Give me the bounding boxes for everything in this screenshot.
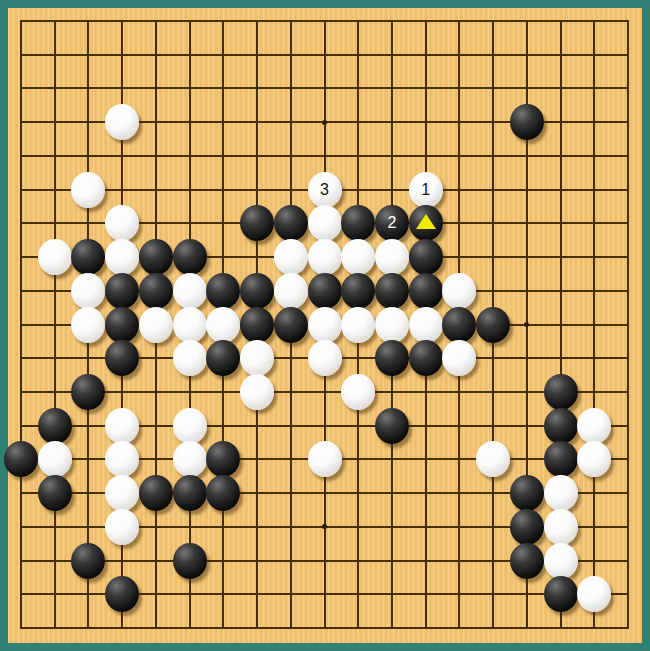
white-stone[interactable] [308, 307, 342, 343]
black-stone[interactable] [409, 273, 443, 309]
black-stone[interactable] [442, 307, 476, 343]
white-stone[interactable] [105, 239, 139, 275]
black-stone[interactable] [274, 307, 308, 343]
white-stone[interactable] [71, 273, 105, 309]
black-stone[interactable] [375, 273, 409, 309]
white-stone[interactable] [173, 408, 207, 444]
black-stone[interactable] [173, 543, 207, 579]
white-stone[interactable] [105, 475, 139, 511]
black-stone[interactable] [206, 273, 240, 309]
black-stone[interactable] [139, 273, 173, 309]
star-point [322, 524, 327, 529]
black-stone[interactable] [544, 374, 578, 410]
black-stone[interactable] [510, 509, 544, 545]
white-stone[interactable] [71, 307, 105, 343]
white-stone[interactable] [308, 239, 342, 275]
black-stone[interactable] [206, 340, 240, 376]
black-stone[interactable] [341, 273, 375, 309]
black-stone[interactable] [240, 273, 274, 309]
black-stone[interactable] [510, 475, 544, 511]
white-stone[interactable] [308, 205, 342, 241]
black-stone[interactable] [173, 239, 207, 275]
black-stone[interactable] [510, 543, 544, 579]
black-stone[interactable] [139, 475, 173, 511]
black-stone[interactable] [544, 441, 578, 477]
white-stone[interactable] [544, 475, 578, 511]
grid-line-horizontal [20, 627, 629, 629]
white-stone[interactable] [409, 307, 443, 343]
black-stone[interactable] [71, 374, 105, 410]
move-number-label: 3 [320, 182, 329, 198]
white-stone[interactable] [341, 307, 375, 343]
white-stone[interactable] [173, 273, 207, 309]
move-number-label: 1 [421, 182, 430, 198]
grid-line-vertical [593, 20, 595, 629]
star-point [524, 322, 529, 327]
star-point [322, 120, 327, 125]
black-stone[interactable] [510, 104, 544, 140]
white-stone[interactable] [206, 307, 240, 343]
white-stone[interactable] [240, 340, 274, 376]
black-stone[interactable] [206, 475, 240, 511]
white-stone[interactable] [139, 307, 173, 343]
white-stone[interactable] [71, 172, 105, 208]
white-stone[interactable] [240, 374, 274, 410]
white-stone[interactable] [308, 340, 342, 376]
black-stone[interactable] [38, 408, 72, 444]
white-stone[interactable] [308, 441, 342, 477]
white-stone[interactable] [274, 273, 308, 309]
black-stone[interactable]: 2 [375, 205, 409, 241]
white-stone[interactable] [38, 239, 72, 275]
white-stone[interactable] [105, 408, 139, 444]
white-stone[interactable] [442, 340, 476, 376]
white-stone[interactable] [38, 441, 72, 477]
white-stone[interactable] [105, 509, 139, 545]
go-board[interactable]: 312 [8, 8, 642, 643]
white-stone[interactable] [341, 239, 375, 275]
white-stone[interactable] [105, 205, 139, 241]
white-stone[interactable] [105, 441, 139, 477]
black-stone[interactable] [105, 340, 139, 376]
white-stone[interactable] [274, 239, 308, 275]
black-stone[interactable] [105, 576, 139, 612]
white-stone[interactable] [577, 576, 611, 612]
black-stone[interactable] [105, 273, 139, 309]
white-stone[interactable] [442, 273, 476, 309]
move-number-label: 2 [388, 215, 397, 231]
white-stone[interactable] [476, 441, 510, 477]
black-stone[interactable] [375, 408, 409, 444]
white-stone[interactable] [577, 408, 611, 444]
black-stone[interactable] [240, 205, 274, 241]
black-stone[interactable] [409, 340, 443, 376]
black-stone[interactable] [71, 543, 105, 579]
black-stone[interactable] [274, 205, 308, 241]
grid-line-vertical [627, 20, 629, 629]
black-stone[interactable] [308, 273, 342, 309]
white-stone[interactable]: 3 [308, 172, 342, 208]
white-stone[interactable] [173, 340, 207, 376]
black-stone[interactable] [173, 475, 207, 511]
white-stone[interactable] [105, 104, 139, 140]
white-stone[interactable] [341, 374, 375, 410]
go-board-frame: 312 [0, 0, 650, 651]
white-stone[interactable]: 1 [409, 172, 443, 208]
white-stone[interactable] [375, 307, 409, 343]
black-stone[interactable] [476, 307, 510, 343]
white-stone[interactable] [544, 543, 578, 579]
black-stone[interactable] [341, 205, 375, 241]
white-stone[interactable] [577, 441, 611, 477]
triangle-marker [416, 214, 436, 229]
black-stone[interactable] [105, 307, 139, 343]
black-stone[interactable] [4, 441, 38, 477]
black-stone[interactable] [375, 340, 409, 376]
white-stone[interactable] [173, 307, 207, 343]
black-stone[interactable] [240, 307, 274, 343]
grid-line-horizontal [20, 391, 629, 393]
white-stone[interactable] [375, 239, 409, 275]
black-stone[interactable] [544, 576, 578, 612]
black-stone[interactable] [409, 239, 443, 275]
black-stone[interactable] [206, 441, 240, 477]
black-stone[interactable] [139, 239, 173, 275]
black-stone[interactable] [38, 475, 72, 511]
black-stone[interactable] [544, 408, 578, 444]
black-stone[interactable] [71, 239, 105, 275]
white-stone[interactable] [544, 509, 578, 545]
white-stone[interactable] [173, 441, 207, 477]
